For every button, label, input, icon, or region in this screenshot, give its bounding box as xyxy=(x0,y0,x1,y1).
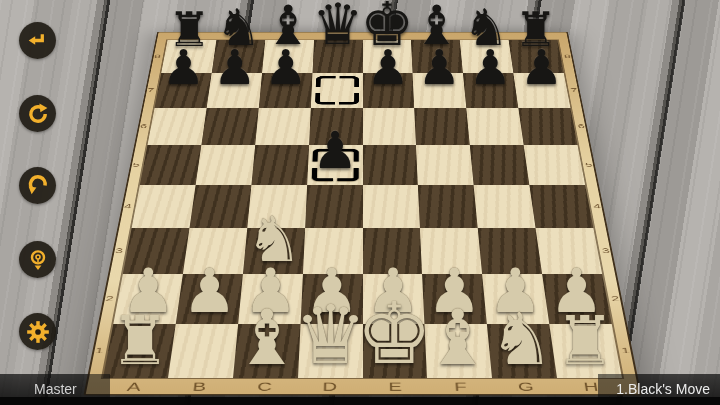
piece-bq-d8[interactable]: ♛ xyxy=(312,0,363,53)
square-g4[interactable] xyxy=(474,185,536,228)
rank-label-8: 8 xyxy=(561,53,573,59)
rank-label-3: 3 xyxy=(112,246,126,254)
square-h6[interactable] xyxy=(518,108,577,145)
piece-bp-a7[interactable]: ♟ xyxy=(162,43,205,91)
square-a6[interactable] xyxy=(147,108,206,145)
square-e6[interactable] xyxy=(363,108,417,145)
square-b1[interactable] xyxy=(168,324,238,378)
piece-wn-g1[interactable]: ♞ xyxy=(489,303,554,375)
gear-icon xyxy=(25,319,51,345)
square-a4[interactable] xyxy=(132,185,196,228)
rank-label-3: 3 xyxy=(599,246,613,254)
piece-bp-b7[interactable]: ♟ xyxy=(213,43,256,91)
piece-bp-f7[interactable]: ♟ xyxy=(418,43,461,91)
piece-bp-h7[interactable]: ♟ xyxy=(520,43,563,91)
square-e4[interactable] xyxy=(363,185,421,228)
square-b6[interactable] xyxy=(201,108,258,145)
piece-bp-g7[interactable]: ♟ xyxy=(469,43,512,91)
square-c6[interactable] xyxy=(255,108,311,145)
hint-button[interactable] xyxy=(19,241,56,278)
rank-label-7: 7 xyxy=(568,87,580,93)
square-d7[interactable] xyxy=(311,73,363,108)
lightbulb-icon xyxy=(26,248,50,272)
restart-button[interactable] xyxy=(19,95,56,132)
piece-bp-c7[interactable]: ♟ xyxy=(264,43,307,91)
piece-wp-b2[interactable]: ♟ xyxy=(182,259,237,320)
square-g5[interactable] xyxy=(470,145,529,185)
rank-label-1: 1 xyxy=(92,346,108,355)
square-a5[interactable] xyxy=(140,145,201,185)
rank-label-5: 5 xyxy=(130,161,143,168)
turn-status-label: 1.Black's Move xyxy=(616,381,710,397)
back-button[interactable] xyxy=(19,22,56,59)
piece-wr-h1[interactable]: ♜ xyxy=(555,308,615,375)
back-arrow-icon xyxy=(26,29,49,52)
rank-label-4: 4 xyxy=(590,202,604,209)
file-label-g: G xyxy=(492,379,559,394)
bottom-edge-strip xyxy=(0,397,720,405)
rank-label-4: 4 xyxy=(121,202,135,209)
rank-label-1: 1 xyxy=(618,346,634,355)
square-g6[interactable] xyxy=(466,108,523,145)
square-f6[interactable] xyxy=(414,108,470,145)
piece-wb-c1[interactable]: ♝ xyxy=(233,300,301,376)
file-label-a: A xyxy=(100,379,168,394)
square-f5[interactable] xyxy=(416,145,474,185)
file-label-b: B xyxy=(166,379,233,394)
rank-label-5: 5 xyxy=(582,161,595,168)
undo-icon xyxy=(26,174,50,198)
rank-label-6: 6 xyxy=(575,123,588,129)
undo-button[interactable] xyxy=(19,167,56,204)
square-f4[interactable] xyxy=(418,185,478,228)
square-b4[interactable] xyxy=(189,185,251,228)
piece-wb-f1[interactable]: ♝ xyxy=(424,300,492,376)
piece-bp-d5[interactable]: ♟ xyxy=(312,125,358,176)
square-b5[interactable] xyxy=(196,145,255,185)
action-sidebar xyxy=(0,0,74,405)
restart-icon xyxy=(26,102,50,126)
piece-bp-e7[interactable]: ♟ xyxy=(367,43,410,91)
settings-button[interactable] xyxy=(19,313,56,350)
square-h5[interactable] xyxy=(524,145,585,185)
rank-label-6: 6 xyxy=(137,123,150,129)
square-c5[interactable] xyxy=(251,145,309,185)
rank-label-7: 7 xyxy=(145,87,157,93)
piece-wk-e1[interactable]: ♚ xyxy=(356,291,432,376)
square-e5[interactable] xyxy=(363,145,419,185)
square-d4[interactable] xyxy=(305,185,363,228)
piece-wr-a1[interactable]: ♜ xyxy=(110,308,170,375)
square-h4[interactable] xyxy=(529,185,593,228)
